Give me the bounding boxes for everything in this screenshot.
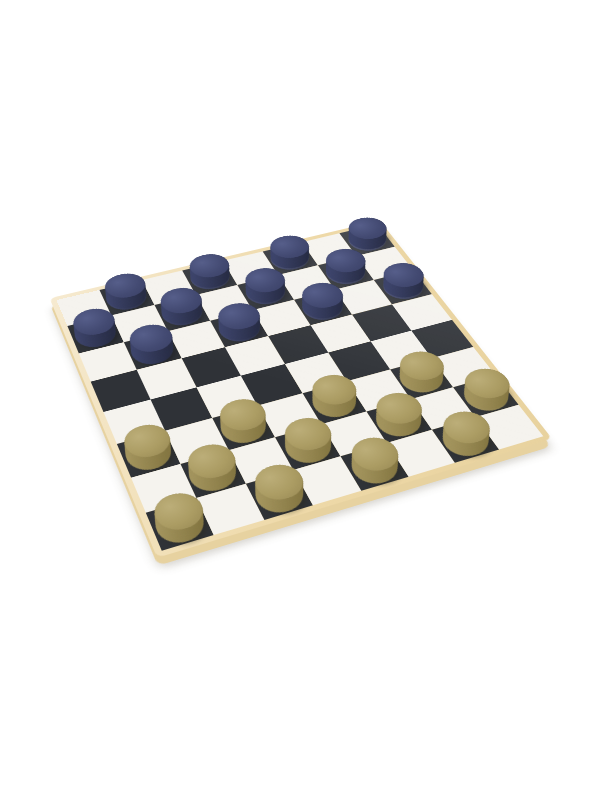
product-photo-stage <box>0 0 600 800</box>
gold-checker[interactable] <box>435 420 495 461</box>
navy-checker[interactable] <box>157 297 207 329</box>
square-a7[interactable] <box>67 315 123 353</box>
board-wood-frame <box>50 220 553 557</box>
gold-checker[interactable] <box>249 473 309 518</box>
gold-checker[interactable] <box>149 501 209 548</box>
scene-3d <box>0 0 600 800</box>
navy-checker[interactable] <box>213 312 265 345</box>
square-b6[interactable] <box>124 331 182 370</box>
navy-checker[interactable] <box>297 291 349 323</box>
gold-checker[interactable] <box>215 408 272 448</box>
checkers-board <box>50 220 553 557</box>
board-grid[interactable] <box>56 224 543 550</box>
